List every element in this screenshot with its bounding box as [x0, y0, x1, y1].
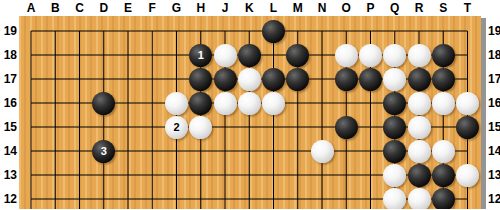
white-stone-R15 [408, 116, 431, 139]
black-stone-M18 [286, 44, 309, 67]
black-stone-D16 [92, 92, 115, 115]
intersection-P17[interactable] [358, 67, 382, 91]
col-label-L: L [270, 1, 277, 15]
black-stone-S17 [432, 68, 455, 91]
intersection-Q17[interactable] [383, 67, 407, 91]
row-label-right-19: 19 [488, 24, 500, 38]
intersection-B14[interactable] [43, 139, 67, 163]
col-label-F: F [149, 1, 156, 15]
intersection-A16[interactable] [19, 91, 43, 115]
white-stone-T16 [456, 92, 479, 115]
intersection-T18[interactable] [455, 43, 479, 67]
intersection-K16[interactable] [237, 91, 261, 115]
intersection-T12[interactable] [455, 187, 479, 209]
black-stone-Q16 [383, 92, 406, 115]
row-label-left-16: 16 [0, 96, 17, 110]
intersection-K17[interactable] [237, 67, 261, 91]
stones-layer: 123 [19, 19, 480, 209]
intersection-D16[interactable] [92, 91, 116, 115]
intersection-N19[interactable] [310, 19, 334, 43]
white-stone-S16 [432, 92, 455, 115]
intersection-P13[interactable] [358, 163, 382, 187]
row-label-left-15: 15 [0, 120, 17, 134]
intersection-T17[interactable] [455, 67, 479, 91]
intersection-C18[interactable] [67, 43, 91, 67]
intersection-O16[interactable] [334, 91, 358, 115]
row-label-right-13: 13 [488, 168, 500, 182]
black-stone-Q15 [383, 116, 406, 139]
intersection-T14[interactable] [455, 139, 479, 163]
black-stone-M17 [286, 68, 309, 91]
intersection-C13[interactable] [67, 163, 91, 187]
intersection-E16[interactable] [116, 91, 140, 115]
intersection-J19[interactable] [213, 19, 237, 43]
black-stone-O17 [335, 68, 358, 91]
col-label-E: E [124, 1, 132, 15]
intersection-P12[interactable] [358, 187, 382, 209]
white-stone-G15: 2 [165, 116, 188, 139]
intersection-L17[interactable] [261, 67, 285, 91]
intersection-L15[interactable] [261, 115, 285, 139]
black-stone-K18 [238, 44, 261, 67]
intersection-D12[interactable] [92, 187, 116, 209]
intersection-L18[interactable] [261, 43, 285, 67]
intersection-E13[interactable] [116, 163, 140, 187]
white-stone-Q18 [383, 44, 406, 67]
intersection-R15[interactable] [407, 115, 431, 139]
intersection-G16[interactable] [164, 91, 188, 115]
intersection-K14[interactable] [237, 139, 261, 163]
row-label-left-17: 17 [0, 72, 17, 86]
intersection-M18[interactable] [286, 43, 310, 67]
white-stone-H15 [189, 116, 212, 139]
intersection-T19[interactable] [455, 19, 479, 43]
intersection-R14[interactable] [407, 139, 431, 163]
col-label-K: K [245, 1, 254, 15]
intersection-F16[interactable] [140, 91, 164, 115]
row-label-right-16: 16 [488, 96, 500, 110]
intersection-R18[interactable] [407, 43, 431, 67]
row-label-left-19: 19 [0, 24, 17, 38]
col-label-O: O [342, 1, 351, 15]
black-stone-R17 [408, 68, 431, 91]
intersection-F18[interactable] [140, 43, 164, 67]
intersection-H19[interactable] [189, 19, 213, 43]
intersection-J17[interactable] [213, 67, 237, 91]
black-stone-P17 [359, 68, 382, 91]
intersection-N13[interactable] [310, 163, 334, 187]
intersection-S13[interactable] [431, 163, 455, 187]
intersection-Q19[interactable] [383, 19, 407, 43]
intersection-R19[interactable] [407, 19, 431, 43]
row-label-left-13: 13 [0, 168, 17, 182]
intersection-J13[interactable] [213, 163, 237, 187]
intersection-E17[interactable] [116, 67, 140, 91]
intersection-P14[interactable] [358, 139, 382, 163]
black-stone-D14: 3 [92, 140, 115, 163]
intersection-T16[interactable] [455, 91, 479, 115]
intersection-H13[interactable] [189, 163, 213, 187]
white-stone-R14 [408, 140, 431, 163]
intersection-D14[interactable]: 3 [92, 139, 116, 163]
intersection-G13[interactable] [164, 163, 188, 187]
intersection-H18[interactable]: 1 [189, 43, 213, 67]
intersection-B18[interactable] [43, 43, 67, 67]
intersection-G14[interactable] [164, 139, 188, 163]
intersection-G12[interactable] [164, 187, 188, 209]
intersection-A15[interactable] [19, 115, 43, 139]
intersection-F19[interactable] [140, 19, 164, 43]
intersection-M19[interactable] [286, 19, 310, 43]
row-label-left-18: 18 [0, 48, 17, 62]
intersection-C12[interactable] [67, 187, 91, 209]
intersection-A12[interactable] [19, 187, 43, 209]
intersection-K15[interactable] [237, 115, 261, 139]
intersection-M12[interactable] [286, 187, 310, 209]
intersection-D17[interactable] [92, 67, 116, 91]
board-edge-shadow [481, 18, 486, 209]
intersection-L14[interactable] [261, 139, 285, 163]
intersection-C14[interactable] [67, 139, 91, 163]
intersection-S18[interactable] [431, 43, 455, 67]
white-stone-Q17 [383, 68, 406, 91]
intersection-G17[interactable] [164, 67, 188, 91]
intersection-O17[interactable] [334, 67, 358, 91]
col-label-T: T [464, 1, 471, 15]
intersection-M13[interactable] [286, 163, 310, 187]
intersection-N18[interactable] [310, 43, 334, 67]
col-label-B: B [51, 1, 60, 15]
row-label-right-17: 17 [488, 72, 500, 86]
col-label-R: R [415, 1, 424, 15]
black-stone-R13 [408, 164, 431, 187]
white-stone-J18 [214, 44, 237, 67]
intersection-C19[interactable] [67, 19, 91, 43]
intersection-E12[interactable] [116, 187, 140, 209]
intersection-N16[interactable] [310, 91, 334, 115]
intersection-T15[interactable] [455, 115, 479, 139]
intersection-C16[interactable] [67, 91, 91, 115]
intersection-S14[interactable] [431, 139, 455, 163]
intersection-F14[interactable] [140, 139, 164, 163]
intersection-J16[interactable] [213, 91, 237, 115]
white-stone-K16 [238, 92, 261, 115]
intersection-H14[interactable] [189, 139, 213, 163]
black-stone-L19 [262, 20, 285, 43]
intersection-Q13[interactable] [383, 163, 407, 187]
col-label-P: P [366, 1, 374, 15]
white-stone-T13 [456, 164, 479, 187]
intersection-D13[interactable] [92, 163, 116, 187]
intersection-A17[interactable] [19, 67, 43, 91]
intersection-M17[interactable] [286, 67, 310, 91]
intersection-O15[interactable] [334, 115, 358, 139]
go-board: 123 [19, 16, 481, 209]
white-stone-Q12 [383, 188, 406, 210]
intersection-B19[interactable] [43, 19, 67, 43]
intersection-M14[interactable] [286, 139, 310, 163]
col-label-D: D [99, 1, 108, 15]
intersection-C15[interactable] [67, 115, 91, 139]
col-label-M: M [293, 1, 303, 15]
intersection-A13[interactable] [19, 163, 43, 187]
black-stone-T15 [456, 116, 479, 139]
col-label-H: H [196, 1, 205, 15]
row-label-right-18: 18 [488, 48, 500, 62]
col-label-G: G [172, 1, 181, 15]
black-stone-J17 [214, 68, 237, 91]
intersection-J18[interactable] [213, 43, 237, 67]
white-stone-S14 [432, 140, 455, 163]
intersection-A19[interactable] [19, 19, 43, 43]
col-label-A: A [27, 1, 36, 15]
black-stone-S12 [432, 188, 455, 210]
black-stone-S18 [432, 44, 455, 67]
col-label-J: J [222, 1, 229, 15]
intersection-B12[interactable] [43, 187, 67, 209]
intersection-A14[interactable] [19, 139, 43, 163]
intersection-S12[interactable] [431, 187, 455, 209]
intersection-F17[interactable] [140, 67, 164, 91]
col-label-S: S [439, 1, 447, 15]
intersection-D18[interactable] [92, 43, 116, 67]
col-label-C: C [75, 1, 84, 15]
row-label-right-12: 12 [488, 192, 500, 206]
intersection-R16[interactable] [407, 91, 431, 115]
intersection-F12[interactable] [140, 187, 164, 209]
intersection-H16[interactable] [189, 91, 213, 115]
white-stone-R18 [408, 44, 431, 67]
intersection-B17[interactable] [43, 67, 67, 91]
black-stone-S13 [432, 164, 455, 187]
intersection-M15[interactable] [286, 115, 310, 139]
move-number-3: 3 [101, 145, 107, 157]
intersection-O12[interactable] [334, 187, 358, 209]
intersection-N14[interactable] [310, 139, 334, 163]
black-stone-L17 [262, 68, 285, 91]
white-stone-G16 [165, 92, 188, 115]
intersection-J12[interactable] [213, 187, 237, 209]
row-label-left-12: 12 [0, 192, 17, 206]
intersection-K19[interactable] [237, 19, 261, 43]
intersection-J14[interactable] [213, 139, 237, 163]
intersection-N12[interactable] [310, 187, 334, 209]
intersection-C17[interactable] [67, 67, 91, 91]
col-label-Q: Q [390, 1, 399, 15]
intersection-J15[interactable] [213, 115, 237, 139]
intersection-Q15[interactable] [383, 115, 407, 139]
row-label-right-14: 14 [488, 144, 500, 158]
intersection-S16[interactable] [431, 91, 455, 115]
intersection-E19[interactable] [116, 19, 140, 43]
move-number-2: 2 [173, 121, 179, 133]
intersection-S15[interactable] [431, 115, 455, 139]
white-stone-K17 [238, 68, 261, 91]
intersection-S17[interactable] [431, 67, 455, 91]
intersection-D19[interactable] [92, 19, 116, 43]
intersection-P16[interactable] [358, 91, 382, 115]
intersection-T13[interactable] [455, 163, 479, 187]
go-diagram: ABCDEFGHJKLMNOPQRST 1918171615141312 191… [0, 0, 500, 209]
intersection-H15[interactable] [189, 115, 213, 139]
intersection-L12[interactable] [261, 187, 285, 209]
intersection-H12[interactable] [189, 187, 213, 209]
intersection-K18[interactable] [237, 43, 261, 67]
white-stone-N14 [311, 140, 334, 163]
intersection-G15[interactable]: 2 [164, 115, 188, 139]
intersection-Q12[interactable] [383, 187, 407, 209]
white-stone-P18 [359, 44, 382, 67]
row-label-right-15: 15 [488, 120, 500, 134]
intersection-O13[interactable] [334, 163, 358, 187]
intersection-P19[interactable] [358, 19, 382, 43]
intersection-G19[interactable] [164, 19, 188, 43]
white-stone-O18 [335, 44, 358, 67]
black-stone-Q14 [383, 140, 406, 163]
intersection-B16[interactable] [43, 91, 67, 115]
black-stone-H17 [189, 68, 212, 91]
intersection-E18[interactable] [116, 43, 140, 67]
intersection-B15[interactable] [43, 115, 67, 139]
intersection-M16[interactable] [286, 91, 310, 115]
intersection-L13[interactable] [261, 163, 285, 187]
intersection-K12[interactable] [237, 187, 261, 209]
intersection-N15[interactable] [310, 115, 334, 139]
white-stone-Q13 [383, 164, 406, 187]
white-stone-J16 [214, 92, 237, 115]
intersection-Q14[interactable] [383, 139, 407, 163]
intersection-E15[interactable] [116, 115, 140, 139]
intersection-R12[interactable] [407, 187, 431, 209]
intersection-H17[interactable] [189, 67, 213, 91]
intersection-Q16[interactable] [383, 91, 407, 115]
intersection-F15[interactable] [140, 115, 164, 139]
intersection-P15[interactable] [358, 115, 382, 139]
intersection-R13[interactable] [407, 163, 431, 187]
intersection-G18[interactable] [164, 43, 188, 67]
intersection-E14[interactable] [116, 139, 140, 163]
intersection-Q18[interactable] [383, 43, 407, 67]
intersection-R17[interactable] [407, 67, 431, 91]
intersection-L19[interactable] [261, 19, 285, 43]
intersection-S19[interactable] [431, 19, 455, 43]
intersection-A18[interactable] [19, 43, 43, 67]
intersection-F13[interactable] [140, 163, 164, 187]
intersection-N17[interactable] [310, 67, 334, 91]
intersection-O14[interactable] [334, 139, 358, 163]
intersection-P18[interactable] [358, 43, 382, 67]
intersection-D15[interactable] [92, 115, 116, 139]
col-label-N: N [318, 1, 327, 15]
move-number-1: 1 [198, 49, 204, 61]
intersection-O19[interactable] [334, 19, 358, 43]
intersection-B13[interactable] [43, 163, 67, 187]
white-stone-R16 [408, 92, 431, 115]
black-stone-O15 [335, 116, 358, 139]
intersection-K13[interactable] [237, 163, 261, 187]
white-stone-R12 [408, 188, 431, 210]
black-stone-H18: 1 [189, 44, 212, 67]
black-stone-H16 [189, 92, 212, 115]
intersection-L16[interactable] [261, 91, 285, 115]
white-stone-L16 [262, 92, 285, 115]
row-label-left-14: 14 [0, 144, 17, 158]
intersection-O18[interactable] [334, 43, 358, 67]
